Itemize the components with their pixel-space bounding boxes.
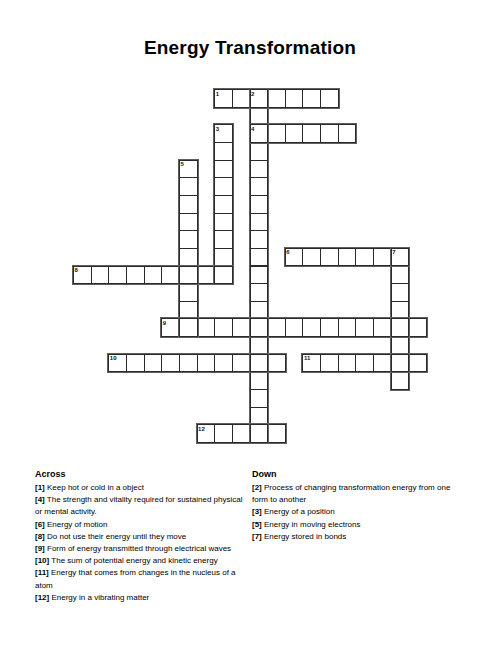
crossword-grid: 146891011122357 bbox=[73, 89, 429, 445]
grid-cell-r15c10[interactable] bbox=[250, 354, 269, 373]
grid-cell-r13c14[interactable] bbox=[320, 318, 339, 337]
clue-number-across-12: [12] bbox=[35, 593, 49, 602]
grid-cell-r10c6[interactable] bbox=[179, 266, 198, 285]
cell-number-7: 7 bbox=[392, 249, 395, 255]
grid-cell-r13c6[interactable] bbox=[179, 318, 198, 337]
grid-cell-r13c7[interactable] bbox=[197, 318, 216, 337]
grid-cell-r15c6[interactable] bbox=[179, 354, 198, 373]
grid-cell-r7c8[interactable] bbox=[214, 213, 233, 232]
grid-cell-r5c10[interactable] bbox=[250, 177, 269, 196]
grid-cell-r15c8[interactable] bbox=[214, 354, 233, 373]
grid-cell-r15c19[interactable] bbox=[408, 354, 427, 373]
grid-cell-r9c17[interactable] bbox=[373, 248, 392, 267]
clue-down-3: [3] Energy of a position bbox=[252, 506, 468, 518]
clue-number-down-3: [3] bbox=[252, 507, 262, 516]
grid-cell-r10c5[interactable] bbox=[161, 266, 180, 285]
clue-across-10: [10] The sum of potential energy and kin… bbox=[35, 555, 249, 567]
grid-cell-r6c8[interactable] bbox=[214, 195, 233, 214]
clue-across-11: [11] Energy that comes from changes in t… bbox=[35, 567, 249, 591]
clue-number-down-5: [5] bbox=[252, 520, 262, 529]
grid-cell-r15c16[interactable] bbox=[355, 354, 374, 373]
grid-cell-r13c19[interactable] bbox=[408, 318, 427, 337]
across-clues-section: Across [1] Keep hot or cold in a object[… bbox=[35, 468, 249, 604]
grid-cell-r9c13[interactable] bbox=[302, 248, 321, 267]
grid-cell-r9c16[interactable] bbox=[355, 248, 374, 267]
clue-number-down-7: [7] bbox=[252, 532, 262, 541]
grid-cell-r11c10[interactable] bbox=[250, 283, 269, 302]
grid-cell-r12c6[interactable] bbox=[179, 301, 198, 320]
across-header: Across bbox=[35, 468, 249, 481]
grid-cell-r19c10[interactable] bbox=[250, 424, 269, 443]
cell-number-4: 4 bbox=[251, 126, 254, 132]
grid-cell-r3c8[interactable] bbox=[214, 142, 233, 161]
grid-cell-r15c7[interactable] bbox=[197, 354, 216, 373]
grid-cell-r8c10[interactable] bbox=[250, 230, 269, 249]
grid-cell-r15c3[interactable] bbox=[126, 354, 145, 373]
grid-cell-r10c3[interactable] bbox=[126, 266, 145, 285]
grid-cell-r16c18[interactable] bbox=[391, 371, 410, 390]
grid-cell-r9c10[interactable] bbox=[250, 248, 269, 267]
grid-cell-r13c13[interactable] bbox=[302, 318, 321, 337]
clue-across-8: [8] Do not use their energy until they m… bbox=[35, 531, 249, 543]
cell-number-9: 9 bbox=[163, 320, 166, 326]
grid-cell-r18c10[interactable] bbox=[250, 407, 269, 426]
grid-cell-r2c13[interactable] bbox=[302, 124, 321, 143]
cell-number-12: 12 bbox=[198, 426, 205, 432]
grid-cell-r13c11[interactable] bbox=[267, 318, 286, 337]
cell-number-1: 1 bbox=[216, 91, 219, 97]
grid-cell-r12c18[interactable] bbox=[391, 301, 410, 320]
down-clues-section: Down [2] Process of changing transformat… bbox=[252, 468, 468, 543]
grid-cell-r13c17[interactable] bbox=[373, 318, 392, 337]
grid-cell-r13c18[interactable] bbox=[391, 318, 410, 337]
grid-cell-r13c16[interactable] bbox=[355, 318, 374, 337]
grid-cell-r6c10[interactable] bbox=[250, 195, 269, 214]
page-title: Energy Transformation bbox=[0, 38, 500, 58]
clue-across-4: [4] The strength and vitality required f… bbox=[35, 494, 249, 518]
grid-cell-r19c8[interactable] bbox=[214, 424, 233, 443]
crossword-page: { "title": "Energy Transformation", "gam… bbox=[0, 0, 500, 647]
grid-cell-r9c15[interactable] bbox=[338, 248, 357, 267]
down-header: Down bbox=[252, 468, 468, 481]
grid-cell-r0c14[interactable] bbox=[320, 89, 339, 108]
clue-number-across-6: [6] bbox=[35, 520, 45, 529]
grid-cell-r19c9[interactable] bbox=[232, 424, 251, 443]
grid-cell-r9c8[interactable] bbox=[214, 248, 233, 267]
grid-cell-r10c10[interactable] bbox=[250, 266, 269, 285]
grid-cell-r2c14[interactable] bbox=[320, 124, 339, 143]
grid-cell-r15c18[interactable] bbox=[391, 354, 410, 373]
clue-number-across-1: [1] bbox=[35, 483, 45, 492]
grid-cell-r15c17[interactable] bbox=[373, 354, 392, 373]
cell-number-3: 3 bbox=[216, 126, 219, 132]
clue-across-12: [12] Energy in a vibrating matter bbox=[35, 592, 249, 604]
grid-cell-r19c11[interactable] bbox=[267, 424, 286, 443]
clue-down-7: [7] Energy stored in bonds bbox=[252, 531, 468, 543]
grid-cell-r15c14[interactable] bbox=[320, 354, 339, 373]
grid-cell-r16c10[interactable] bbox=[250, 371, 269, 390]
grid-cell-r9c6[interactable] bbox=[179, 248, 198, 267]
clue-across-1: [1] Keep hot or cold in a object bbox=[35, 482, 249, 494]
grid-cell-r5c6[interactable] bbox=[179, 177, 198, 196]
grid-cell-r0c11[interactable] bbox=[267, 89, 286, 108]
grid-cell-r2c11[interactable] bbox=[267, 124, 286, 143]
grid-cell-r5c8[interactable] bbox=[214, 177, 233, 196]
cell-number-2: 2 bbox=[251, 91, 254, 97]
grid-cell-r15c5[interactable] bbox=[161, 354, 180, 373]
cell-number-11: 11 bbox=[304, 355, 310, 361]
grid-cell-r15c4[interactable] bbox=[144, 354, 163, 373]
grid-cell-r13c15[interactable] bbox=[338, 318, 357, 337]
grid-cell-r4c8[interactable] bbox=[214, 160, 233, 179]
cell-number-5: 5 bbox=[180, 161, 183, 167]
down-clue-list: [2] Process of changing transformation e… bbox=[252, 482, 468, 543]
clue-number-across-11: [11] bbox=[35, 568, 49, 577]
grid-cell-r3c10[interactable] bbox=[250, 142, 269, 161]
clue-number-across-10: [10] bbox=[35, 556, 49, 565]
grid-cell-r1c10[interactable] bbox=[250, 107, 269, 126]
clue-number-across-9: [9] bbox=[35, 544, 45, 553]
grid-cell-r0c9[interactable] bbox=[232, 89, 251, 108]
grid-cell-r15c15[interactable] bbox=[338, 354, 357, 373]
grid-cell-r11c18[interactable] bbox=[391, 283, 410, 302]
grid-cell-r2c15[interactable] bbox=[338, 124, 357, 143]
cell-number-6: 6 bbox=[286, 249, 289, 255]
grid-cell-r8c6[interactable] bbox=[179, 230, 198, 249]
grid-cell-r13c10[interactable] bbox=[250, 318, 269, 337]
clue-number-across-4: [4] bbox=[35, 495, 45, 504]
grid-cell-r13c8[interactable] bbox=[214, 318, 233, 337]
grid-cell-r10c18[interactable] bbox=[391, 266, 410, 285]
grid-cell-r10c7[interactable] bbox=[197, 266, 216, 285]
grid-cell-r15c9[interactable] bbox=[232, 354, 251, 373]
across-clue-list: [1] Keep hot or cold in a object[4] The … bbox=[35, 482, 249, 604]
grid-cell-r0c13[interactable] bbox=[302, 89, 321, 108]
grid-cell-r4c10[interactable] bbox=[250, 160, 269, 179]
grid-cell-r14c10[interactable] bbox=[250, 336, 269, 355]
clue-across-6: [6] Energy of motion bbox=[35, 519, 249, 531]
grid-cell-r9c14[interactable] bbox=[320, 248, 339, 267]
grid-cell-r2c12[interactable] bbox=[285, 124, 304, 143]
cell-number-8: 8 bbox=[75, 267, 78, 273]
clue-down-2: [2] Process of changing transformation e… bbox=[252, 482, 468, 506]
grid-cell-r10c1[interactable] bbox=[91, 266, 110, 285]
grid-cell-r17c10[interactable] bbox=[250, 389, 269, 408]
grid-cell-r13c12[interactable] bbox=[285, 318, 304, 337]
grid-cell-r0c12[interactable] bbox=[285, 89, 304, 108]
cell-number-10: 10 bbox=[110, 355, 117, 361]
grid-cell-r12c10[interactable] bbox=[250, 301, 269, 320]
grid-cell-r13c9[interactable] bbox=[232, 318, 251, 337]
grid-cell-r10c4[interactable] bbox=[144, 266, 163, 285]
grid-cell-r7c10[interactable] bbox=[250, 213, 269, 232]
grid-cell-r10c8[interactable] bbox=[214, 266, 233, 285]
clue-down-5: [5] Energy in moving electrons bbox=[252, 519, 468, 531]
clue-number-down-2: [2] bbox=[252, 483, 262, 492]
grid-cell-r10c2[interactable] bbox=[108, 266, 127, 285]
grid-cell-r15c11[interactable] bbox=[267, 354, 286, 373]
clue-across-9: [9] Form of energy transmitted through e… bbox=[35, 543, 249, 555]
clue-number-across-8: [8] bbox=[35, 532, 45, 541]
grid-cell-r6c6[interactable] bbox=[179, 195, 198, 214]
grid-cell-r8c8[interactable] bbox=[214, 230, 233, 249]
grid-cell-r14c18[interactable] bbox=[391, 336, 410, 355]
grid-cell-r11c6[interactable] bbox=[179, 283, 198, 302]
grid-cell-r7c6[interactable] bbox=[179, 213, 198, 232]
